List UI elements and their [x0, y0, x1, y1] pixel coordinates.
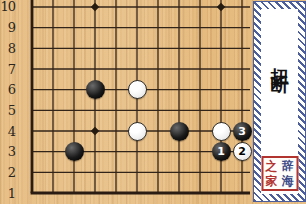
stone-black[interactable] — [170, 122, 189, 141]
seal-char-top-right: 辞 — [280, 158, 297, 174]
seal-char-bottom-right: 海 — [280, 174, 297, 190]
diagram-title: 扭断 — [268, 54, 292, 66]
stone-black[interactable] — [65, 142, 84, 161]
stone-white-2[interactable]: 2 — [233, 142, 252, 161]
row-label: 8 — [0, 38, 20, 59]
go-diagram: 10987654321 123 扭断 之 辞 家 海 — [0, 0, 306, 204]
row-label: 1 — [0, 183, 20, 204]
publisher-seal: 之 辞 家 海 — [261, 156, 298, 191]
star-point — [217, 3, 225, 11]
row-coordinate-labels: 10987654321 — [0, 0, 20, 204]
go-board[interactable]: 123 — [22, 0, 253, 204]
stone-black-1[interactable]: 1 — [212, 142, 231, 161]
stone-white[interactable] — [212, 122, 231, 141]
row-label: 3 — [0, 141, 20, 162]
row-label: 5 — [0, 100, 20, 121]
seal-char-top-left: 之 — [263, 158, 280, 174]
stone-black-3[interactable]: 3 — [233, 122, 252, 141]
seal-char-bottom-left: 家 — [263, 174, 280, 190]
row-label: 6 — [0, 79, 20, 100]
stone-black[interactable] — [86, 80, 105, 99]
star-point — [91, 127, 99, 135]
row-label: 2 — [0, 162, 20, 183]
stone-white[interactable] — [128, 122, 147, 141]
stone-white[interactable] — [128, 80, 147, 99]
row-label: 10 — [0, 0, 20, 17]
star-point — [91, 3, 99, 11]
row-label: 9 — [0, 17, 20, 38]
row-label: 4 — [0, 121, 20, 142]
title-panel: 扭断 之 辞 家 海 — [253, 1, 306, 202]
row-label: 7 — [0, 59, 20, 80]
